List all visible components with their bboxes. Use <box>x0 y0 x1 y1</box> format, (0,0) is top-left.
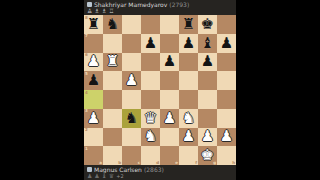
top-captured-line: ♙ ♗ ♗ ♖ <box>87 8 233 14</box>
white-knight-piece: ♞ <box>182 110 195 125</box>
file-label-d: d <box>156 161 159 165</box>
rank-label-4: 4 <box>85 91 88 95</box>
square-b1: b <box>103 146 122 165</box>
square-f4 <box>179 90 198 109</box>
file-label-a: a <box>99 161 102 165</box>
white-pawn-piece: ♟ <box>182 129 195 144</box>
square-h3 <box>217 109 236 128</box>
square-c1: c <box>122 146 141 165</box>
left-letterbox <box>0 0 84 180</box>
rank-label-8: 8 <box>85 16 88 20</box>
square-a4: 4 <box>84 90 103 109</box>
square-b4 <box>103 90 122 109</box>
square-f5 <box>179 71 198 90</box>
square-d4 <box>141 90 160 109</box>
square-f3: ♞ <box>179 109 198 128</box>
square-d7: ♟ <box>141 34 160 53</box>
square-h7: ♟ <box>217 34 236 53</box>
square-g2: ♟ <box>198 128 217 147</box>
square-h6 <box>217 53 236 72</box>
file-label-h: h <box>232 161 235 165</box>
white-pawn-piece: ♟ <box>87 110 100 125</box>
square-f8: ♜ <box>179 15 198 34</box>
square-e2 <box>160 128 179 147</box>
right-letterbox <box>236 0 320 180</box>
rank-label-2: 2 <box>85 128 88 132</box>
black-pawn-piece: ♟ <box>87 73 100 88</box>
top-player-rating: (2793) <box>169 1 189 8</box>
black-bishop-piece: ♝ <box>201 35 214 50</box>
square-g1: ♚g <box>198 146 217 165</box>
square-g8: ♚ <box>198 15 217 34</box>
square-a7: 7 <box>84 34 103 53</box>
square-g7: ♝ <box>198 34 217 53</box>
square-b7 <box>103 34 122 53</box>
black-pawn-piece: ♟ <box>182 35 195 50</box>
square-c7 <box>122 34 141 53</box>
square-a8: ♜8 <box>84 15 103 34</box>
square-b8: ♞ <box>103 15 122 34</box>
material-advantage: +2 <box>116 173 123 179</box>
square-g6: ♟ <box>198 53 217 72</box>
square-a1: 1a <box>84 146 103 165</box>
square-d2: ♞ <box>141 128 160 147</box>
rank-label-6: 6 <box>85 53 88 57</box>
square-h4 <box>217 90 236 109</box>
square-c6 <box>122 53 141 72</box>
square-c8 <box>122 15 141 34</box>
square-b2 <box>103 128 122 147</box>
black-king-piece: ♚ <box>201 16 214 31</box>
file-label-e: e <box>175 161 178 165</box>
square-e5 <box>160 71 179 90</box>
square-f6 <box>179 53 198 72</box>
square-e6: ♟ <box>160 53 179 72</box>
square-g3 <box>198 109 217 128</box>
square-f1: f <box>179 146 198 165</box>
top-captured-pieces: ♙ ♗ ♗ ♖ <box>87 8 114 14</box>
white-queen-piece: ♛ <box>144 110 157 125</box>
square-h5 <box>217 71 236 90</box>
white-pawn-piece: ♟ <box>163 110 176 125</box>
square-e3: ♟ <box>160 109 179 128</box>
square-a3: ♟3 <box>84 109 103 128</box>
square-g4 <box>198 90 217 109</box>
square-e4 <box>160 90 179 109</box>
square-b6: ♜ <box>103 53 122 72</box>
square-a2: 2 <box>84 128 103 147</box>
top-player-bar: Shakhriyar Mamedyarov (2793) ♙ ♗ ♗ ♖ <box>84 0 236 15</box>
black-rook-piece: ♜ <box>87 16 100 31</box>
square-d8 <box>141 15 160 34</box>
square-c3: ♞ <box>122 109 141 128</box>
square-d3: ♛ <box>141 109 160 128</box>
video-frame: Shakhriyar Mamedyarov (2793) ♙ ♗ ♗ ♖ ♜8♞… <box>0 0 320 180</box>
bottom-player-rating: (2863) <box>144 166 164 173</box>
black-pawn-piece: ♟ <box>163 54 176 69</box>
square-a5: ♟5 <box>84 71 103 90</box>
square-g5 <box>198 71 217 90</box>
square-f7: ♟ <box>179 34 198 53</box>
square-h1: h <box>217 146 236 165</box>
square-b3 <box>103 109 122 128</box>
bottom-captured-line: ♟ ♟ ♝ ♛ +2 <box>87 173 233 179</box>
square-c4 <box>122 90 141 109</box>
chess-board: ♜8♞♜♚7♟♟♝♟♟6♜♟♟♟5♟4♟3♞♛♟♞2♞♟♟♟1abcdef♚gh <box>84 15 236 165</box>
rank-label-3: 3 <box>85 109 88 113</box>
white-pawn-piece: ♟ <box>220 129 233 144</box>
white-knight-piece: ♞ <box>144 129 157 144</box>
file-label-c: c <box>138 161 140 165</box>
square-f2: ♟ <box>179 128 198 147</box>
file-label-g: g <box>213 161 216 165</box>
black-knight-piece: ♞ <box>106 16 119 31</box>
file-label-f: f <box>195 161 197 165</box>
bottom-captured-pieces: ♟ ♟ ♝ ♛ <box>87 173 114 179</box>
black-knight-piece: ♞ <box>125 110 138 125</box>
square-c5: ♟ <box>122 71 141 90</box>
file-label-b: b <box>118 161 121 165</box>
bottom-player-bar: Magnus Carlsen (2863) ♟ ♟ ♝ ♛ +2 <box>84 165 236 180</box>
rank-label-7: 7 <box>85 34 88 38</box>
black-pawn-piece: ♟ <box>201 54 214 69</box>
rank-label-1: 1 <box>85 147 88 151</box>
square-b5 <box>103 71 122 90</box>
white-pawn-piece: ♟ <box>201 129 214 144</box>
square-c2 <box>122 128 141 147</box>
white-rook-piece: ♜ <box>106 54 119 69</box>
square-a6: ♟6 <box>84 53 103 72</box>
black-pawn-piece: ♟ <box>144 35 157 50</box>
white-pawn-piece: ♟ <box>125 73 138 88</box>
game-column: Shakhriyar Mamedyarov (2793) ♙ ♗ ♗ ♖ ♜8♞… <box>84 0 236 180</box>
black-pawn-piece: ♟ <box>220 35 233 50</box>
square-e8 <box>160 15 179 34</box>
white-pawn-piece: ♟ <box>87 54 100 69</box>
square-d6 <box>141 53 160 72</box>
square-d5 <box>141 71 160 90</box>
square-h8 <box>217 15 236 34</box>
square-e1: e <box>160 146 179 165</box>
square-h2: ♟ <box>217 128 236 147</box>
black-rook-piece: ♜ <box>182 16 195 31</box>
square-e7 <box>160 34 179 53</box>
square-d1: d <box>141 146 160 165</box>
rank-label-5: 5 <box>85 72 88 76</box>
